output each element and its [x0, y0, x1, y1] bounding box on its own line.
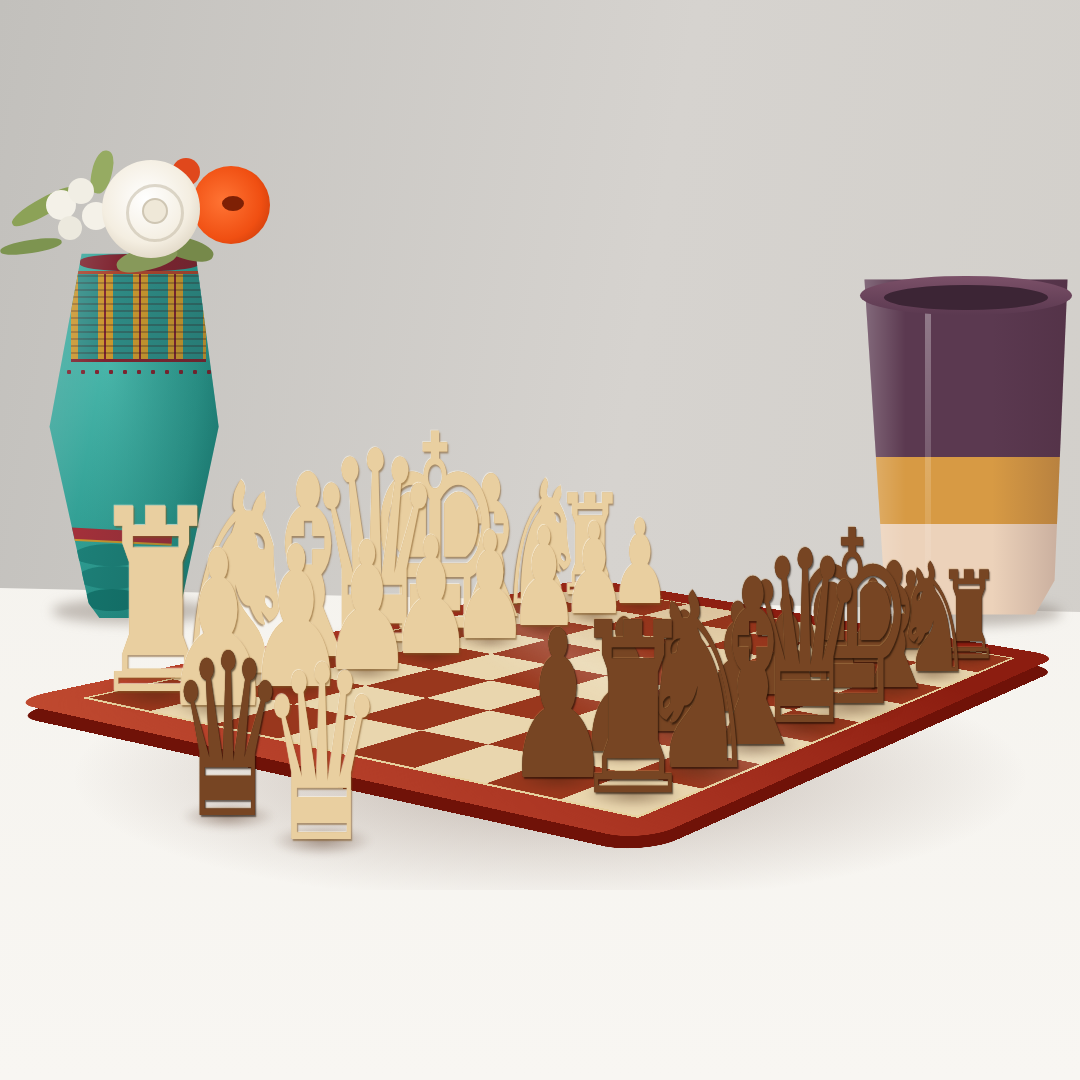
pieces-layer: ♜♞♝♛♚♝♞♜♟♟♟♟♟♟♟♟♜♞♝♛♚♝♞♜♟♟♟♟♟♟♟♟♛♛: [0, 0, 1080, 1080]
piece-black-rook-a8: ♜: [572, 592, 695, 829]
piece-white-queen-spare: ♛: [259, 633, 385, 876]
scene: ♜♞♝♛♚♝♞♜♟♟♟♟♟♟♟♟♜♞♝♛♚♝♞♜♟♟♟♟♟♟♟♟♛♛: [0, 0, 1080, 1080]
